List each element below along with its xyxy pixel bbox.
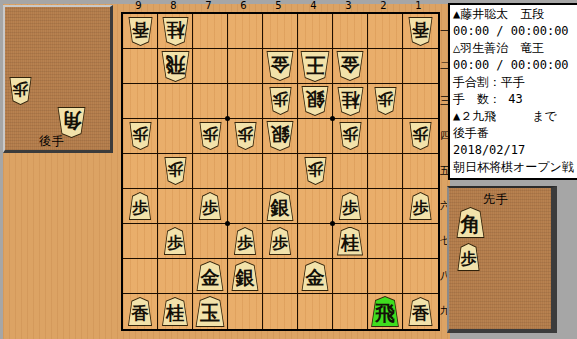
file-label-9: 9 xyxy=(121,0,156,11)
piece-face: 歩 xyxy=(235,228,256,254)
board-cell-1二[interactable] xyxy=(403,49,438,84)
star-point xyxy=(330,116,335,121)
piece-kanji: 香 xyxy=(412,21,429,41)
board-cell-7一[interactable] xyxy=(193,14,228,49)
board-cell-3六[interactable]: 歩 xyxy=(333,189,368,224)
sente-hand-tray: 先手 角歩 xyxy=(447,186,557,333)
piece-face: 飛 xyxy=(162,52,189,81)
gote-piece-歩[interactable]: 歩 xyxy=(269,87,292,115)
piece-kanji: 飛 xyxy=(165,55,185,78)
piece-kanji: 金 xyxy=(201,265,220,287)
info-line-5: 手 数： 43 xyxy=(453,91,577,108)
board-cell-4八[interactable]: 金 xyxy=(298,259,333,294)
piece-face: 歩 xyxy=(270,228,291,254)
board-cell-1八[interactable] xyxy=(403,259,438,294)
board-cell-7三[interactable] xyxy=(193,84,228,119)
info-line-3: 00:00 / 00:00:00 xyxy=(453,57,577,74)
board-cell-3七[interactable]: 桂 xyxy=(333,224,368,259)
piece-face: 歩 xyxy=(130,123,151,149)
board-cell-6一[interactable] xyxy=(228,14,263,49)
board-cell-8九[interactable]: 桂 xyxy=(158,294,193,329)
board-cell-7七[interactable] xyxy=(193,224,228,259)
board-cell-6三[interactable] xyxy=(228,84,263,119)
piece-kanji: 歩 xyxy=(167,162,183,181)
board-cell-2六[interactable] xyxy=(368,189,403,224)
board-cell-4四[interactable] xyxy=(298,119,333,154)
board-cell-4九[interactable] xyxy=(298,294,333,329)
piece-face: 金 xyxy=(337,52,363,80)
piece-kanji: 桂 xyxy=(341,91,359,112)
piece-kanji: 歩 xyxy=(461,248,477,267)
piece-face: 歩 xyxy=(10,78,31,104)
board-cell-6七[interactable]: 歩 xyxy=(228,224,263,259)
piece-kanji: 香 xyxy=(132,302,149,322)
piece-face: 歩 xyxy=(458,244,479,270)
sente-piece-桂[interactable]: 桂 xyxy=(162,297,189,326)
piece-face: 歩 xyxy=(130,193,151,219)
board-cell-6六[interactable] xyxy=(228,189,263,224)
board-cell-8四[interactable] xyxy=(158,119,193,154)
file-label-5: 5 xyxy=(261,0,296,11)
board-cell-7六[interactable]: 歩 xyxy=(193,189,228,224)
piece-kanji: 角 xyxy=(62,111,82,134)
sente-piece-歩[interactable]: 歩 xyxy=(199,192,222,220)
board-cell-5八[interactable] xyxy=(263,259,298,294)
piece-face: 歩 xyxy=(340,193,361,219)
piece-face: 歩 xyxy=(200,123,221,149)
piece-face: 角 xyxy=(457,208,484,237)
board-cell-4一[interactable] xyxy=(298,14,333,49)
board-cell-2八[interactable] xyxy=(368,259,403,294)
piece-kanji: 歩 xyxy=(272,232,288,251)
board-cell-7五[interactable] xyxy=(193,154,228,189)
board-cell-9二[interactable] xyxy=(123,49,158,84)
board-cell-8一[interactable]: 桂 xyxy=(158,14,193,49)
board-cell-8三[interactable] xyxy=(158,84,193,119)
piece-kanji: 歩 xyxy=(342,197,358,216)
piece-kanji: 金 xyxy=(271,55,290,77)
piece-kanji: 歩 xyxy=(377,92,393,111)
piece-kanji: 金 xyxy=(306,265,325,287)
info-line-9: 朝日杯将棋オープン戦 xyxy=(453,159,577,176)
piece-face: 王 xyxy=(301,52,329,81)
board-cell-7四[interactable]: 歩 xyxy=(193,119,228,154)
board-cell-8七[interactable]: 歩 xyxy=(158,224,193,259)
piece-face: 金 xyxy=(197,262,223,290)
board-cell-7二[interactable] xyxy=(193,49,228,84)
board-cell-8六[interactable] xyxy=(158,189,193,224)
piece-kanji: 桂 xyxy=(341,231,359,252)
board-cell-9四[interactable]: 歩 xyxy=(123,119,158,154)
file-label-8: 8 xyxy=(156,0,191,11)
piece-face: 飛 xyxy=(372,297,399,326)
board-cell-5二[interactable]: 金 xyxy=(263,49,298,84)
board-cell-3九[interactable] xyxy=(333,294,368,329)
board-cell-2二[interactable] xyxy=(368,49,403,84)
board-cell-4五[interactable]: 歩 xyxy=(298,154,333,189)
board-cell-1七[interactable] xyxy=(403,224,438,259)
board-cell-9七[interactable] xyxy=(123,224,158,259)
sente-piece-歩[interactable]: 歩 xyxy=(129,192,152,220)
board-cell-2五[interactable] xyxy=(368,154,403,189)
gote-piece-歩[interactable]: 歩 xyxy=(234,122,257,150)
piece-kanji: 角 xyxy=(461,211,481,234)
sente-piece-角[interactable]: 角 xyxy=(456,207,485,238)
board-cell-3五[interactable] xyxy=(333,154,368,189)
piece-kanji: 銀 xyxy=(236,265,255,287)
piece-kanji: 歩 xyxy=(202,197,218,216)
sente-piece-桂[interactable]: 桂 xyxy=(337,227,364,256)
board-cell-4二[interactable]: 王 xyxy=(298,49,333,84)
file-label-4: 4 xyxy=(296,0,331,11)
piece-kanji: 歩 xyxy=(132,127,148,146)
piece-face: 金 xyxy=(267,52,293,80)
board-cell-1五[interactable] xyxy=(403,154,438,189)
piece-face: 桂 xyxy=(163,18,188,45)
piece-face: 歩 xyxy=(165,158,186,184)
board-cell-6九[interactable] xyxy=(228,294,263,329)
board-cell-7九[interactable]: 玉 xyxy=(193,294,228,329)
gote-piece-歩[interactable]: 歩 xyxy=(409,122,432,150)
board-cell-9三[interactable] xyxy=(123,84,158,119)
piece-kanji: 銀 xyxy=(306,90,325,112)
board-cell-2一[interactable] xyxy=(368,14,403,49)
piece-face: 銀 xyxy=(302,87,328,115)
sente-piece-飛[interactable]: 飛 xyxy=(371,296,400,327)
star-point xyxy=(330,221,335,226)
board-cell-4三[interactable]: 銀 xyxy=(298,84,333,119)
piece-kanji: 香 xyxy=(412,302,429,322)
board-cell-9八[interactable] xyxy=(123,259,158,294)
board-cell-9九[interactable]: 香 xyxy=(123,294,158,329)
info-line-2: △羽生善治 竜王 xyxy=(453,40,577,57)
piece-face: 歩 xyxy=(165,228,186,254)
sente-piece-金[interactable]: 金 xyxy=(196,261,224,291)
board-cell-6二[interactable] xyxy=(228,49,263,84)
board-cell-3二[interactable]: 金 xyxy=(333,49,368,84)
board-cell-5七[interactable]: 歩 xyxy=(263,224,298,259)
piece-kanji: 玉 xyxy=(200,300,220,323)
gote-piece-歩[interactable]: 歩 xyxy=(304,157,327,185)
info-line-0: ▲藤井聡太 五段 xyxy=(453,6,577,23)
piece-face: 桂 xyxy=(338,88,363,115)
sente-piece-銀[interactable]: 銀 xyxy=(266,191,294,221)
board-cell-8八[interactable] xyxy=(158,259,193,294)
piece-kanji: 銀 xyxy=(271,195,290,217)
star-point xyxy=(225,116,230,121)
piece-kanji: 銀 xyxy=(271,125,290,147)
board-cell-5五[interactable] xyxy=(263,154,298,189)
gote-piece-歩[interactable]: 歩 xyxy=(199,122,222,150)
piece-kanji: 歩 xyxy=(413,127,429,146)
piece-kanji: 歩 xyxy=(342,127,358,146)
board-cell-5三[interactable]: 歩 xyxy=(263,84,298,119)
shogi-app-window: 後手 歩角 香桂香飛金王金歩銀桂歩歩歩歩銀歩歩歩歩歩歩銀歩歩歩歩歩桂金銀金香桂玉… xyxy=(0,0,577,339)
board-cell-5九[interactable] xyxy=(263,294,298,329)
file-label-1: 1 xyxy=(401,0,436,11)
info-line-1: 00:00 / 00:00:00 xyxy=(453,23,577,40)
piece-kanji: 桂 xyxy=(166,301,184,322)
sente-piece-歩[interactable]: 歩 xyxy=(457,243,480,271)
star-point xyxy=(225,221,230,226)
piece-face: 香 xyxy=(409,18,432,45)
board-cell-1三[interactable] xyxy=(403,84,438,119)
board-cell-4六[interactable] xyxy=(298,189,333,224)
sente-piece-歩[interactable]: 歩 xyxy=(409,192,432,220)
file-label-3: 3 xyxy=(331,0,366,11)
piece-kanji: 歩 xyxy=(413,197,429,216)
sente-piece-香[interactable]: 香 xyxy=(408,297,433,326)
gote-tray-label: 後手 xyxy=(39,133,65,150)
gote-piece-銀[interactable]: 銀 xyxy=(301,86,329,116)
game-info-panel: ▲藤井聡太 五段00:00 / 00:00:00△羽生善治 竜王00:00 / … xyxy=(448,3,577,180)
board-cell-1六[interactable]: 歩 xyxy=(403,189,438,224)
piece-face: 銀 xyxy=(267,192,293,220)
gote-piece-歩[interactable]: 歩 xyxy=(374,87,397,115)
gote-piece-香[interactable]: 香 xyxy=(408,17,433,46)
board-cell-3四[interactable]: 歩 xyxy=(333,119,368,154)
board-grid: 香桂香飛金王金歩銀桂歩歩歩歩銀歩歩歩歩歩歩銀歩歩歩歩歩桂金銀金香桂玉飛香 xyxy=(123,14,438,329)
piece-face: 銀 xyxy=(267,122,293,150)
sente-piece-歩[interactable]: 歩 xyxy=(269,227,292,255)
gote-piece-金[interactable]: 金 xyxy=(266,51,294,81)
gote-piece-歩[interactable]: 歩 xyxy=(129,122,152,150)
board-cell-1一[interactable]: 香 xyxy=(403,14,438,49)
gote-piece-銀[interactable]: 銀 xyxy=(266,121,294,151)
piece-face: 歩 xyxy=(410,193,431,219)
file-label-7: 7 xyxy=(191,0,226,11)
piece-face: 歩 xyxy=(270,88,291,114)
board-cell-3一[interactable] xyxy=(333,14,368,49)
piece-face: 香 xyxy=(409,298,432,325)
board-cell-5一[interactable] xyxy=(263,14,298,49)
piece-kanji: 歩 xyxy=(202,127,218,146)
sente-piece-金[interactable]: 金 xyxy=(301,261,329,291)
piece-kanji: 飛 xyxy=(375,300,395,323)
piece-face: 歩 xyxy=(410,123,431,149)
board-cell-2九[interactable]: 飛 xyxy=(368,294,403,329)
sente-tray-label: 先手 xyxy=(483,191,509,208)
sente-piece-銀[interactable]: 銀 xyxy=(231,261,259,291)
piece-face: 歩 xyxy=(375,88,396,114)
piece-face: 玉 xyxy=(196,297,224,326)
piece-face: 歩 xyxy=(235,123,256,149)
piece-kanji: 王 xyxy=(305,55,325,78)
board-cell-6五[interactable] xyxy=(228,154,263,189)
piece-face: 金 xyxy=(302,262,328,290)
sente-piece-歩[interactable]: 歩 xyxy=(234,227,257,255)
sente-piece-玉[interactable]: 玉 xyxy=(195,296,225,327)
board-cell-1四[interactable]: 歩 xyxy=(403,119,438,154)
info-line-4: 手合割：平手 xyxy=(453,74,577,91)
gote-piece-香[interactable]: 香 xyxy=(128,17,153,46)
info-line-6: ▲２九飛 まで xyxy=(453,108,577,125)
piece-kanji: 金 xyxy=(341,55,360,77)
board-cell-9六[interactable]: 歩 xyxy=(123,189,158,224)
piece-face: 歩 xyxy=(340,123,361,149)
sente-piece-香[interactable]: 香 xyxy=(128,297,153,326)
board-cell-5四[interactable]: 銀 xyxy=(263,119,298,154)
piece-face: 桂 xyxy=(338,228,363,255)
piece-kanji: 歩 xyxy=(167,232,183,251)
piece-face: 角 xyxy=(58,108,85,137)
gote-piece-王[interactable]: 王 xyxy=(300,51,330,82)
board-cell-5六[interactable]: 銀 xyxy=(263,189,298,224)
board-cell-9一[interactable]: 香 xyxy=(123,14,158,49)
gote-piece-桂[interactable]: 桂 xyxy=(337,87,364,116)
board-cell-8二[interactable]: 飛 xyxy=(158,49,193,84)
board-cell-9五[interactable] xyxy=(123,154,158,189)
piece-kanji: 歩 xyxy=(132,197,148,216)
piece-kanji: 歩 xyxy=(272,92,288,111)
gote-piece-桂[interactable]: 桂 xyxy=(162,17,189,46)
piece-kanji: 歩 xyxy=(307,162,323,181)
file-label-6: 6 xyxy=(226,0,261,11)
file-label-2: 2 xyxy=(366,0,401,11)
shogi-board: 香桂香飛金王金歩銀桂歩歩歩歩銀歩歩歩歩歩歩銀歩歩歩歩歩桂金銀金香桂玉飛香 xyxy=(121,12,440,331)
gote-piece-歩[interactable]: 歩 xyxy=(339,122,362,150)
board-cell-6四[interactable]: 歩 xyxy=(228,119,263,154)
gote-piece-歩[interactable]: 歩 xyxy=(164,157,187,185)
piece-face: 歩 xyxy=(200,193,221,219)
board-cell-1九[interactable]: 香 xyxy=(403,294,438,329)
piece-face: 香 xyxy=(129,18,152,45)
board-cell-2七[interactable] xyxy=(368,224,403,259)
gote-piece-金[interactable]: 金 xyxy=(336,51,364,81)
sente-piece-歩[interactable]: 歩 xyxy=(164,227,187,255)
piece-face: 香 xyxy=(129,298,152,325)
board-cell-2三[interactable]: 歩 xyxy=(368,84,403,119)
board-cell-8五[interactable]: 歩 xyxy=(158,154,193,189)
piece-face: 歩 xyxy=(305,158,326,184)
board-cell-3八[interactable] xyxy=(333,259,368,294)
info-line-7: 後手番 xyxy=(453,125,577,142)
gote-hand-tray: 後手 歩角 xyxy=(3,5,113,153)
piece-face: 桂 xyxy=(163,298,188,325)
piece-face: 銀 xyxy=(232,262,258,290)
board-cell-4七[interactable] xyxy=(298,224,333,259)
gote-piece-飛[interactable]: 飛 xyxy=(161,51,190,82)
piece-kanji: 香 xyxy=(132,21,149,41)
piece-kanji: 桂 xyxy=(166,21,184,42)
board-cell-2四[interactable] xyxy=(368,119,403,154)
board-cell-3三[interactable]: 桂 xyxy=(333,84,368,119)
piece-kanji: 歩 xyxy=(237,127,253,146)
gote-piece-歩[interactable]: 歩 xyxy=(9,77,32,105)
piece-kanji: 歩 xyxy=(13,82,29,101)
info-line-8: 2018/02/17 xyxy=(453,142,577,159)
board-cell-7八[interactable]: 金 xyxy=(193,259,228,294)
sente-piece-歩[interactable]: 歩 xyxy=(339,192,362,220)
board-cell-6八[interactable]: 銀 xyxy=(228,259,263,294)
piece-kanji: 歩 xyxy=(237,232,253,251)
